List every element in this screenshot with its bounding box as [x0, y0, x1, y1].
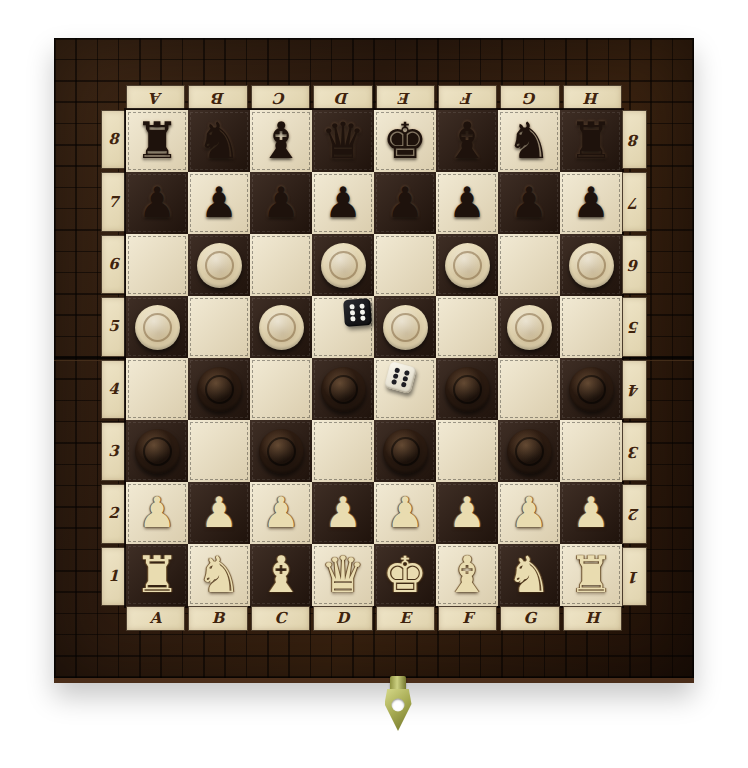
square-c7[interactable]: ♟ — [250, 172, 312, 234]
square-d4[interactable] — [312, 358, 374, 420]
file-bottom-label-B: B — [212, 611, 225, 626]
rank-left-label-2: 2 — [108, 506, 118, 521]
square-h1[interactable]: ♜ — [560, 544, 622, 606]
dark-checker-b4[interactable] — [197, 367, 242, 412]
black-pawn-c7[interactable]: ♟ — [262, 182, 300, 224]
black-king-e8[interactable]: ♚ — [383, 116, 428, 166]
file-bottom-label-E: E — [399, 611, 410, 626]
file-top-label-G: G — [524, 90, 537, 105]
light-checker-g5[interactable] — [507, 305, 552, 350]
file-bottom-label-G: G — [524, 611, 537, 626]
black-pawn-g7[interactable]: ♟ — [510, 182, 548, 224]
die-pip — [351, 316, 356, 321]
board-area: ABCDEFGH 87654321 ♜♞♝♛♚♝♞♜♟♟♟♟♟♟♟♟♟♟♟♟♟♟… — [101, 85, 647, 631]
black-pawn-f7[interactable]: ♟ — [448, 182, 486, 224]
square-c1[interactable]: ♝ — [250, 544, 312, 606]
die-pip — [391, 379, 397, 385]
square-f4[interactable] — [436, 358, 498, 420]
file-top-label-B: B — [212, 90, 225, 105]
die-pip — [360, 309, 365, 314]
square-e7[interactable]: ♟ — [374, 172, 436, 234]
white-rook-h1[interactable]: ♜ — [569, 550, 614, 600]
dark-checker-a3[interactable] — [135, 429, 180, 474]
square-e6[interactable] — [374, 234, 436, 296]
square-g2[interactable]: ♟ — [498, 482, 560, 544]
rank-left-cell-8: 8 — [101, 110, 126, 169]
file-top-cell-B: B — [188, 85, 247, 110]
box-clasp-latch — [383, 676, 413, 731]
die-pip — [404, 370, 410, 376]
file-top-cell-G: G — [500, 85, 559, 110]
square-f1[interactable]: ♝ — [436, 544, 498, 606]
black-pawn-a7[interactable]: ♟ — [138, 182, 176, 224]
dark-checker-e3[interactable] — [383, 429, 428, 474]
square-e3[interactable] — [374, 420, 436, 482]
white-pawn-f2[interactable]: ♟ — [448, 492, 486, 534]
square-c4[interactable] — [250, 358, 312, 420]
rank-left-cell-3: 3 — [101, 422, 126, 481]
square-b7[interactable]: ♟ — [188, 172, 250, 234]
file-labels-top: ABCDEFGH — [126, 85, 622, 110]
file-top-label-C: C — [274, 90, 286, 105]
square-b1[interactable]: ♞ — [188, 544, 250, 606]
board: ♜♞♝♛♚♝♞♜♟♟♟♟♟♟♟♟♟♟♟♟♟♟♟♟♜♞♝♛♚♝♞♜ — [126, 110, 622, 606]
rank-left-cell-5: 5 — [101, 297, 126, 356]
rank-left-label-6: 6 — [108, 257, 118, 272]
light-checker-a5[interactable] — [135, 305, 180, 350]
file-top-label-D: D — [336, 90, 349, 105]
rank-left-cell-4: 4 — [101, 360, 126, 419]
white-king-e1[interactable]: ♚ — [383, 550, 428, 600]
square-a3[interactable] — [126, 420, 188, 482]
white-pawn-c2[interactable]: ♟ — [262, 492, 300, 534]
wooden-chess-box: ABCDEFGH 87654321 ♜♞♝♛♚♝♞♜♟♟♟♟♟♟♟♟♟♟♟♟♟♟… — [54, 38, 694, 683]
file-bottom-cell-E: E — [376, 606, 435, 631]
file-bottom-cell-A: A — [126, 606, 185, 631]
light-checker-e5[interactable] — [383, 305, 428, 350]
file-bottom-label-H: H — [585, 611, 599, 626]
rank-left-label-1: 1 — [108, 569, 118, 584]
rank-right-label-2: 2 — [629, 506, 639, 521]
square-g3[interactable] — [498, 420, 560, 482]
square-c8[interactable]: ♝ — [250, 110, 312, 172]
square-a4[interactable] — [126, 358, 188, 420]
black-bishop-c8[interactable]: ♝ — [259, 116, 304, 166]
file-bottom-label-A: A — [150, 611, 162, 626]
square-a6[interactable] — [126, 234, 188, 296]
square-a8[interactable]: ♜ — [126, 110, 188, 172]
dark-checker-d4[interactable] — [321, 367, 366, 412]
file-bottom-cell-G: G — [500, 606, 559, 631]
rank-right-label-1: 1 — [629, 569, 639, 584]
square-b2[interactable]: ♟ — [188, 482, 250, 544]
rank-right-label-5: 5 — [629, 319, 639, 334]
dark-checker-c3[interactable] — [259, 429, 304, 474]
file-bottom-label-F: F — [462, 611, 473, 626]
black-knight-g8[interactable]: ♞ — [507, 116, 552, 166]
square-h3[interactable] — [560, 420, 622, 482]
square-h4[interactable] — [560, 358, 622, 420]
photo-background: ABCDEFGH 87654321 ♜♞♝♛♚♝♞♜♟♟♟♟♟♟♟♟♟♟♟♟♟♟… — [0, 0, 748, 768]
rank-left-label-5: 5 — [108, 319, 118, 334]
file-bottom-cell-D: D — [313, 606, 372, 631]
black-pawn-e7[interactable]: ♟ — [386, 182, 424, 224]
die-pip — [400, 382, 406, 388]
clasp-hinge — [390, 676, 406, 691]
file-bottom-cell-C: C — [251, 606, 310, 631]
file-labels-bottom: ABCDEFGH — [126, 606, 622, 631]
file-top-cell-D: D — [313, 85, 372, 110]
white-pawn-g2[interactable]: ♟ — [510, 492, 548, 534]
file-top-cell-A: A — [126, 85, 185, 110]
die-pip — [394, 367, 400, 373]
clasp-hole — [392, 698, 405, 711]
black-knight-b8[interactable]: ♞ — [197, 116, 242, 166]
light-checker-d6[interactable] — [321, 243, 366, 288]
file-bottom-cell-F: F — [438, 606, 497, 631]
rank-left-cell-1: 1 — [101, 547, 126, 606]
dark-checker-f4[interactable] — [445, 367, 490, 412]
square-f5[interactable] — [436, 296, 498, 358]
file-top-cell-C: C — [251, 85, 310, 110]
die-pip — [402, 376, 408, 382]
square-g4[interactable] — [498, 358, 560, 420]
square-d3[interactable] — [312, 420, 374, 482]
dark-checker-h4[interactable] — [569, 367, 614, 412]
dark-checker-g3[interactable] — [507, 429, 552, 474]
rank-left-label-4: 4 — [108, 382, 118, 397]
square-b4[interactable] — [188, 358, 250, 420]
file-bottom-label-D: D — [336, 611, 349, 626]
square-b8[interactable]: ♞ — [188, 110, 250, 172]
light-checker-c5[interactable] — [259, 305, 304, 350]
rank-right-cell-2: 2 — [622, 484, 647, 543]
file-top-cell-E: E — [376, 85, 435, 110]
file-top-label-F: F — [462, 90, 473, 105]
rank-right-cell-1: 1 — [622, 547, 647, 606]
white-pawn-e2[interactable]: ♟ — [386, 492, 424, 534]
rank-left-label-7: 7 — [108, 195, 118, 210]
black-pawn-b7[interactable]: ♟ — [200, 182, 238, 224]
rank-right-cell-7: 7 — [622, 172, 647, 231]
rank-right-label-4: 4 — [629, 382, 639, 397]
square-a5[interactable] — [126, 296, 188, 358]
black-rook-h8[interactable]: ♜ — [569, 116, 614, 166]
square-f2[interactable]: ♟ — [436, 482, 498, 544]
square-g8[interactable]: ♞ — [498, 110, 560, 172]
black-bishop-f8[interactable]: ♝ — [445, 116, 490, 166]
white-queen-d1[interactable]: ♛ — [321, 550, 366, 600]
light-checker-b6[interactable] — [197, 243, 242, 288]
square-d6[interactable] — [312, 234, 374, 296]
light-checker-h6[interactable] — [569, 243, 614, 288]
rank-right-label-8: 8 — [629, 132, 639, 147]
square-d5[interactable] — [312, 296, 374, 358]
rank-right-cell-3: 3 — [622, 422, 647, 481]
square-c2[interactable]: ♟ — [250, 482, 312, 544]
white-knight-g1[interactable]: ♞ — [507, 550, 552, 600]
rank-right-cell-6: 6 — [622, 235, 647, 294]
square-d1[interactable]: ♛ — [312, 544, 374, 606]
square-a2[interactable]: ♟ — [126, 482, 188, 544]
rank-left-label-8: 8 — [108, 132, 118, 147]
rank-right-cell-5: 5 — [622, 297, 647, 356]
square-d8[interactable]: ♛ — [312, 110, 374, 172]
square-e4[interactable] — [374, 358, 436, 420]
rank-right-label-7: 7 — [629, 195, 639, 210]
square-h5[interactable] — [560, 296, 622, 358]
file-top-label-A: A — [150, 90, 162, 105]
square-e8[interactable]: ♚ — [374, 110, 436, 172]
rank-labels-left: 87654321 — [101, 110, 126, 606]
black-pawn-h7[interactable]: ♟ — [572, 182, 610, 224]
die-pip — [359, 303, 364, 308]
square-e5[interactable] — [374, 296, 436, 358]
light-checker-f6[interactable] — [445, 243, 490, 288]
rank-left-label-3: 3 — [108, 444, 118, 459]
rank-right-cell-8: 8 — [622, 110, 647, 169]
square-f8[interactable]: ♝ — [436, 110, 498, 172]
clasp-shield — [385, 689, 412, 731]
square-c5[interactable] — [250, 296, 312, 358]
black-die-showing-6[interactable] — [343, 298, 372, 327]
rank-left-cell-7: 7 — [101, 172, 126, 231]
square-g5[interactable] — [498, 296, 560, 358]
file-top-cell-H: H — [563, 85, 622, 110]
square-c6[interactable] — [250, 234, 312, 296]
white-pawn-h2[interactable]: ♟ — [572, 492, 610, 534]
white-knight-b1[interactable]: ♞ — [197, 550, 242, 600]
square-h6[interactable] — [560, 234, 622, 296]
file-top-label-H: H — [585, 90, 599, 105]
white-bishop-f1[interactable]: ♝ — [445, 550, 490, 600]
square-a7[interactable]: ♟ — [126, 172, 188, 234]
file-bottom-label-C: C — [274, 611, 286, 626]
die-pip — [360, 316, 365, 321]
square-f6[interactable] — [436, 234, 498, 296]
rank-labels-right: 87654321 — [622, 110, 647, 606]
square-c3[interactable] — [250, 420, 312, 482]
square-f3[interactable] — [436, 420, 498, 482]
rank-left-cell-6: 6 — [101, 235, 126, 294]
white-pawn-a2[interactable]: ♟ — [138, 492, 176, 534]
file-top-label-E: E — [399, 90, 410, 105]
square-h8[interactable]: ♜ — [560, 110, 622, 172]
rank-right-label-6: 6 — [629, 257, 639, 272]
rank-right-cell-4: 4 — [622, 360, 647, 419]
black-rook-a8[interactable]: ♜ — [135, 116, 180, 166]
rank-left-cell-2: 2 — [101, 484, 126, 543]
square-e2[interactable]: ♟ — [374, 482, 436, 544]
black-pawn-d7[interactable]: ♟ — [324, 182, 362, 224]
square-g6[interactable] — [498, 234, 560, 296]
white-pawn-d2[interactable]: ♟ — [324, 492, 362, 534]
white-die-showing-6[interactable] — [384, 361, 417, 394]
square-b6[interactable] — [188, 234, 250, 296]
square-b3[interactable] — [188, 420, 250, 482]
file-bottom-cell-B: B — [188, 606, 247, 631]
square-f7[interactable]: ♟ — [436, 172, 498, 234]
file-top-cell-F: F — [438, 85, 497, 110]
black-queen-d8[interactable]: ♛ — [321, 116, 366, 166]
square-e1[interactable]: ♚ — [374, 544, 436, 606]
white-rook-a1[interactable]: ♜ — [135, 550, 180, 600]
die-pip — [393, 373, 399, 379]
die-pip — [350, 310, 355, 315]
square-a1[interactable]: ♜ — [126, 544, 188, 606]
square-d7[interactable]: ♟ — [312, 172, 374, 234]
square-h7[interactable]: ♟ — [560, 172, 622, 234]
square-b5[interactable] — [188, 296, 250, 358]
die-pip — [350, 304, 355, 309]
square-g7[interactable]: ♟ — [498, 172, 560, 234]
file-bottom-cell-H: H — [563, 606, 622, 631]
rank-right-label-3: 3 — [629, 444, 639, 459]
square-h2[interactable]: ♟ — [560, 482, 622, 544]
square-g1[interactable]: ♞ — [498, 544, 560, 606]
white-pawn-b2[interactable]: ♟ — [200, 492, 238, 534]
square-d2[interactable]: ♟ — [312, 482, 374, 544]
white-bishop-c1[interactable]: ♝ — [259, 550, 304, 600]
